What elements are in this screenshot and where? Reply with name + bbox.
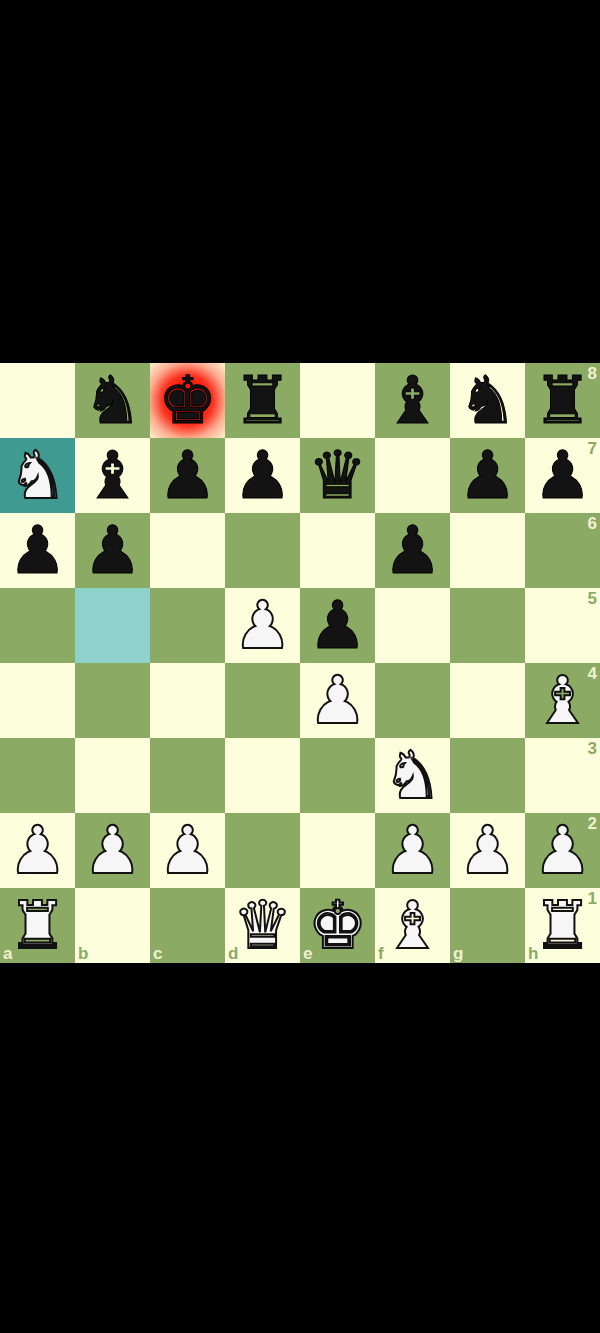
square-g3[interactable] bbox=[450, 738, 525, 813]
square-c2[interactable]: ♟ bbox=[150, 813, 225, 888]
rank-label-6: 6 bbox=[588, 515, 597, 532]
white-pawn-c2: ♟ bbox=[150, 813, 225, 888]
square-b6[interactable]: ♟ bbox=[75, 513, 150, 588]
bottom-letterbox bbox=[0, 963, 600, 1333]
square-b8[interactable]: ♞ bbox=[75, 363, 150, 438]
square-h7[interactable]: ♟7 bbox=[525, 438, 600, 513]
square-f5[interactable] bbox=[375, 588, 450, 663]
square-h4[interactable]: ♝4 bbox=[525, 663, 600, 738]
square-c1[interactable]: c bbox=[150, 888, 225, 963]
square-e6[interactable] bbox=[300, 513, 375, 588]
square-g5[interactable] bbox=[450, 588, 525, 663]
square-h8[interactable]: ♜8 bbox=[525, 363, 600, 438]
square-d2[interactable] bbox=[225, 813, 300, 888]
square-f4[interactable] bbox=[375, 663, 450, 738]
square-h5[interactable]: 5 bbox=[525, 588, 600, 663]
white-knight-f3: ♞ bbox=[375, 738, 450, 813]
square-d7[interactable]: ♟ bbox=[225, 438, 300, 513]
square-e7[interactable]: ♛ bbox=[300, 438, 375, 513]
black-pawn-c7: ♟ bbox=[150, 438, 225, 513]
rank-label-4: 4 bbox=[588, 665, 597, 682]
white-pawn-e4: ♟ bbox=[300, 663, 375, 738]
square-d8[interactable]: ♜ bbox=[225, 363, 300, 438]
square-f3[interactable]: ♞ bbox=[375, 738, 450, 813]
black-knight-g8: ♞ bbox=[450, 363, 525, 438]
black-bishop-b7: ♝ bbox=[75, 438, 150, 513]
file-label-b: b bbox=[78, 945, 88, 962]
black-pawn-e5: ♟ bbox=[300, 588, 375, 663]
square-g1[interactable]: g bbox=[450, 888, 525, 963]
square-e4[interactable]: ♟ bbox=[300, 663, 375, 738]
square-e5[interactable]: ♟ bbox=[300, 588, 375, 663]
square-g2[interactable]: ♟ bbox=[450, 813, 525, 888]
black-king-c8: ♚ bbox=[150, 363, 225, 438]
square-a3[interactable] bbox=[0, 738, 75, 813]
square-e2[interactable] bbox=[300, 813, 375, 888]
black-pawn-f6: ♟ bbox=[375, 513, 450, 588]
file-label-h: h bbox=[528, 945, 538, 962]
square-a7[interactable]: ♞ bbox=[0, 438, 75, 513]
square-h6[interactable]: 6 bbox=[525, 513, 600, 588]
square-d5[interactable]: ♟ bbox=[225, 588, 300, 663]
rank-label-7: 7 bbox=[588, 440, 597, 457]
black-pawn-d7: ♟ bbox=[225, 438, 300, 513]
file-label-f: f bbox=[378, 945, 384, 962]
black-pawn-b6: ♟ bbox=[75, 513, 150, 588]
square-a2[interactable]: ♟ bbox=[0, 813, 75, 888]
square-d4[interactable] bbox=[225, 663, 300, 738]
white-pawn-f2: ♟ bbox=[375, 813, 450, 888]
square-f6[interactable]: ♟ bbox=[375, 513, 450, 588]
file-label-d: d bbox=[228, 945, 238, 962]
square-g7[interactable]: ♟ bbox=[450, 438, 525, 513]
square-d6[interactable] bbox=[225, 513, 300, 588]
square-f8[interactable]: ♝ bbox=[375, 363, 450, 438]
chess-board: ♞♚♜♝♞♜8♞♝♟♟♛♟♟7♟♟♟6♟♟5♟♝4♞3♟♟♟♟♟♟2♜abc♛d… bbox=[0, 363, 600, 963]
rank-label-1: 1 bbox=[588, 890, 597, 907]
top-letterbox bbox=[0, 0, 600, 363]
square-h2[interactable]: ♟2 bbox=[525, 813, 600, 888]
square-c6[interactable] bbox=[150, 513, 225, 588]
white-pawn-g2: ♟ bbox=[450, 813, 525, 888]
file-label-e: e bbox=[303, 945, 312, 962]
square-g4[interactable] bbox=[450, 663, 525, 738]
square-f1[interactable]: ♝f bbox=[375, 888, 450, 963]
rank-label-5: 5 bbox=[588, 590, 597, 607]
white-pawn-d5: ♟ bbox=[225, 588, 300, 663]
square-b1[interactable]: b bbox=[75, 888, 150, 963]
file-label-g: g bbox=[453, 945, 463, 962]
square-f7[interactable] bbox=[375, 438, 450, 513]
square-a4[interactable] bbox=[0, 663, 75, 738]
square-f2[interactable]: ♟ bbox=[375, 813, 450, 888]
black-queen-e7: ♛ bbox=[300, 438, 375, 513]
rank-label-2: 2 bbox=[588, 815, 597, 832]
square-d1[interactable]: ♛d bbox=[225, 888, 300, 963]
white-pawn-a2: ♟ bbox=[0, 813, 75, 888]
square-d3[interactable] bbox=[225, 738, 300, 813]
square-h3[interactable]: 3 bbox=[525, 738, 600, 813]
square-b4[interactable] bbox=[75, 663, 150, 738]
square-b5[interactable] bbox=[75, 588, 150, 663]
square-e1[interactable]: ♚e bbox=[300, 888, 375, 963]
black-bishop-f8: ♝ bbox=[375, 363, 450, 438]
black-rook-d8: ♜ bbox=[225, 363, 300, 438]
square-c7[interactable]: ♟ bbox=[150, 438, 225, 513]
white-pawn-b2: ♟ bbox=[75, 813, 150, 888]
square-e3[interactable] bbox=[300, 738, 375, 813]
square-a5[interactable] bbox=[0, 588, 75, 663]
square-e8[interactable] bbox=[300, 363, 375, 438]
square-c5[interactable] bbox=[150, 588, 225, 663]
square-b7[interactable]: ♝ bbox=[75, 438, 150, 513]
rank-label-3: 3 bbox=[588, 740, 597, 757]
square-c4[interactable] bbox=[150, 663, 225, 738]
rank-label-8: 8 bbox=[588, 365, 597, 382]
file-label-c: c bbox=[153, 945, 162, 962]
square-a8[interactable] bbox=[0, 363, 75, 438]
white-bishop-f1: ♝ bbox=[375, 888, 450, 963]
square-c3[interactable] bbox=[150, 738, 225, 813]
square-h1[interactable]: ♜1h bbox=[525, 888, 600, 963]
square-g6[interactable] bbox=[450, 513, 525, 588]
black-pawn-a6: ♟ bbox=[0, 513, 75, 588]
square-b3[interactable] bbox=[75, 738, 150, 813]
square-a1[interactable]: ♜a bbox=[0, 888, 75, 963]
square-c8[interactable]: ♚ bbox=[150, 363, 225, 438]
square-b2[interactable]: ♟ bbox=[75, 813, 150, 888]
square-g8[interactable]: ♞ bbox=[450, 363, 525, 438]
file-label-a: a bbox=[3, 945, 12, 962]
white-knight-a7: ♞ bbox=[0, 438, 75, 513]
black-pawn-g7: ♟ bbox=[450, 438, 525, 513]
square-a6[interactable]: ♟ bbox=[0, 513, 75, 588]
black-knight-b8: ♞ bbox=[75, 363, 150, 438]
